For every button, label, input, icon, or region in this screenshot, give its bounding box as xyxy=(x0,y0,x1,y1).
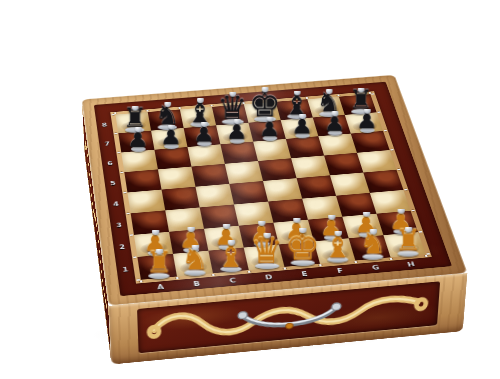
piece-white-queen-d1[interactable]: ♛ xyxy=(249,232,285,267)
square-c8[interactable] xyxy=(180,106,216,127)
piece-white-bishop-f1[interactable]: ♝ xyxy=(320,230,356,261)
piece-white-knight-g1[interactable]: ♞ xyxy=(355,229,391,258)
file-label: B xyxy=(178,277,216,290)
square-h7[interactable] xyxy=(345,112,383,133)
square-d5[interactable] xyxy=(225,161,263,184)
rank-label: 3 xyxy=(110,213,128,236)
file-label: A xyxy=(141,280,179,293)
file-label: F xyxy=(321,264,359,277)
square-h8[interactable] xyxy=(339,94,377,115)
square-e6[interactable] xyxy=(253,138,291,160)
piece-white-knight-b1[interactable]: ♞ xyxy=(177,245,213,274)
piece-glyph: ♝ xyxy=(216,239,246,270)
piece-glyph: ♜ xyxy=(146,249,173,277)
square-b7[interactable] xyxy=(151,127,187,149)
square-c7[interactable] xyxy=(184,125,221,147)
rank-label: 4 xyxy=(107,192,124,214)
square-a8[interactable] xyxy=(115,112,151,133)
file-label: G xyxy=(357,261,395,274)
square-c6[interactable] xyxy=(187,144,224,166)
rank-label: 1 xyxy=(116,257,134,281)
rank-label: 7 xyxy=(99,133,115,153)
piece-white-bishop-c1[interactable]: ♝ xyxy=(213,239,249,270)
file-label: C xyxy=(214,274,252,287)
piece-glyph: ♞ xyxy=(181,245,209,274)
square-e5[interactable] xyxy=(258,158,297,181)
rank-label: 8 xyxy=(96,115,112,135)
photo-scene: ABCDEFGH 87654321 ♜♞♝♛♚♝♞♜♟♟♟♟♟♟♟♟♟♟♟♟♟♟… xyxy=(0,0,500,379)
piece-cell: ♛ xyxy=(244,244,285,270)
piece-cell: ♞ xyxy=(173,250,213,276)
piece-glyph: ♞ xyxy=(359,229,386,258)
piece-cell: ♜ xyxy=(137,253,177,279)
rank-label: 5 xyxy=(104,172,121,193)
file-label: E xyxy=(285,267,323,280)
rank-label: 6 xyxy=(102,152,119,173)
square-d6[interactable] xyxy=(220,141,258,163)
rank-label: 2 xyxy=(113,235,131,258)
file-label: D xyxy=(250,270,288,283)
chess-box: ABCDEFGH 87654321 ♜♞♝♛♚♝♞♜♟♟♟♟♟♟♟♟♟♟♟♟♟♟… xyxy=(82,74,468,305)
piece-glyph: ♛ xyxy=(250,232,283,267)
square-a7[interactable] xyxy=(118,130,154,152)
square-d7[interactable] xyxy=(216,122,253,144)
piece-cell: ♚ xyxy=(279,240,320,265)
square-a6[interactable] xyxy=(121,149,158,171)
file-label: H xyxy=(392,258,430,271)
piece-glyph: ♜ xyxy=(395,227,421,255)
square-h5[interactable] xyxy=(357,150,397,172)
square-b6[interactable] xyxy=(154,147,191,169)
piece-glyph: ♝ xyxy=(323,230,352,261)
piece-white-rook-h1[interactable]: ♜ xyxy=(390,227,426,255)
square-d8[interactable] xyxy=(212,104,249,125)
piece-white-king-e1[interactable]: ♚ xyxy=(284,227,320,264)
piece-glyph: ♚ xyxy=(285,227,320,264)
piece-white-rook-a1[interactable]: ♜ xyxy=(141,249,177,277)
square-b8[interactable] xyxy=(148,109,184,130)
square-h6[interactable] xyxy=(351,130,390,152)
square-e7[interactable] xyxy=(248,120,285,142)
piece-cell: ♝ xyxy=(208,247,248,273)
square-e8[interactable] xyxy=(244,101,281,122)
